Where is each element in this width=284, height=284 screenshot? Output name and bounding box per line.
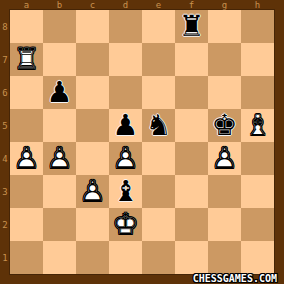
white-king-d2[interactable]: ♚♔ <box>109 208 142 241</box>
black-knight-e5[interactable]: ♞ <box>142 109 175 142</box>
pawn-outline-glyph: ♙ <box>76 175 109 208</box>
white-pawn-g4[interactable]: ♟♙ <box>208 142 241 175</box>
black-king-g5[interactable]: ♚ <box>208 109 241 142</box>
bishop-glyph: ♝ <box>109 175 142 208</box>
square-a5[interactable] <box>10 109 43 142</box>
rank-label-1: 1 <box>0 241 10 274</box>
square-f2[interactable] <box>175 208 208 241</box>
square-h2[interactable] <box>241 208 274 241</box>
square-d2[interactable]: ♚♔ <box>109 208 142 241</box>
rank-label-5: 5 <box>0 109 10 142</box>
square-c5[interactable] <box>76 109 109 142</box>
rank-label-4: 4 <box>0 142 10 175</box>
square-h5[interactable]: ♝♗ <box>241 109 274 142</box>
square-f6[interactable] <box>175 76 208 109</box>
square-c3[interactable]: ♟♙ <box>76 175 109 208</box>
square-f3[interactable] <box>175 175 208 208</box>
square-h6[interactable] <box>241 76 274 109</box>
watermark: CHESSGAMES.COM <box>193 274 277 284</box>
rank-label-3: 3 <box>0 175 10 208</box>
square-a2[interactable] <box>10 208 43 241</box>
square-b7[interactable] <box>43 43 76 76</box>
square-f4[interactable] <box>175 142 208 175</box>
square-d5[interactable]: ♟ <box>109 109 142 142</box>
white-pawn-d4[interactable]: ♟♙ <box>109 142 142 175</box>
file-labels: abcdefgh <box>10 0 274 10</box>
square-g6[interactable] <box>208 76 241 109</box>
square-c8[interactable] <box>76 10 109 43</box>
square-h1[interactable] <box>241 241 274 274</box>
square-d3[interactable]: ♝ <box>109 175 142 208</box>
square-a7[interactable]: ♜♖ <box>10 43 43 76</box>
square-h3[interactable] <box>241 175 274 208</box>
pawn-outline-glyph: ♙ <box>43 142 76 175</box>
board: ♜♜♖♟♟♞♚♝♗♟♙♟♙♟♙♟♙♟♙♝♚♔ <box>10 10 274 274</box>
rank-label-8: 8 <box>0 10 10 43</box>
rank-labels: 87654321 <box>0 10 10 274</box>
square-e1[interactable] <box>142 241 175 274</box>
square-c4[interactable] <box>76 142 109 175</box>
knight-glyph: ♞ <box>142 109 175 142</box>
square-e4[interactable] <box>142 142 175 175</box>
rank-label-2: 2 <box>0 208 10 241</box>
black-rook-f8[interactable]: ♜ <box>175 10 208 43</box>
square-g7[interactable] <box>208 43 241 76</box>
square-c6[interactable] <box>76 76 109 109</box>
square-c7[interactable] <box>76 43 109 76</box>
white-pawn-a4[interactable]: ♟♙ <box>10 142 43 175</box>
square-d8[interactable] <box>109 10 142 43</box>
white-bishop-h5[interactable]: ♝♗ <box>241 109 274 142</box>
white-rook-a7[interactable]: ♜♖ <box>10 43 43 76</box>
square-g3[interactable] <box>208 175 241 208</box>
square-a4[interactable]: ♟♙ <box>10 142 43 175</box>
black-pawn-b6[interactable]: ♟ <box>43 76 76 109</box>
square-d4[interactable]: ♟♙ <box>109 142 142 175</box>
square-e8[interactable] <box>142 10 175 43</box>
white-pawn-c3[interactable]: ♟♙ <box>76 175 109 208</box>
pawn-outline-glyph: ♙ <box>10 142 43 175</box>
king-outline-glyph: ♔ <box>109 208 142 241</box>
rank-label-7: 7 <box>0 43 10 76</box>
square-g1[interactable] <box>208 241 241 274</box>
square-c1[interactable] <box>76 241 109 274</box>
square-g2[interactable] <box>208 208 241 241</box>
square-a1[interactable] <box>10 241 43 274</box>
square-b5[interactable] <box>43 109 76 142</box>
rank-label-6: 6 <box>0 76 10 109</box>
square-h8[interactable] <box>241 10 274 43</box>
square-h7[interactable] <box>241 43 274 76</box>
square-g8[interactable] <box>208 10 241 43</box>
square-a3[interactable] <box>10 175 43 208</box>
square-f1[interactable] <box>175 241 208 274</box>
rook-outline-glyph: ♖ <box>10 43 43 76</box>
pawn-outline-glyph: ♙ <box>109 142 142 175</box>
square-b6[interactable]: ♟ <box>43 76 76 109</box>
square-a6[interactable] <box>10 76 43 109</box>
square-e6[interactable] <box>142 76 175 109</box>
board-frame: abcdefgh 87654321 ♜♜♖♟♟♞♚♝♗♟♙♟♙♟♙♟♙♟♙♝♚♔… <box>0 0 284 284</box>
square-f8[interactable]: ♜ <box>175 10 208 43</box>
square-b1[interactable] <box>43 241 76 274</box>
square-h4[interactable] <box>241 142 274 175</box>
square-f7[interactable] <box>175 43 208 76</box>
king-glyph: ♚ <box>208 109 241 142</box>
square-d6[interactable] <box>109 76 142 109</box>
square-c2[interactable] <box>76 208 109 241</box>
square-f5[interactable] <box>175 109 208 142</box>
rook-glyph: ♜ <box>175 10 208 43</box>
pawn-glyph: ♟ <box>43 76 76 109</box>
square-e7[interactable] <box>142 43 175 76</box>
square-b2[interactable] <box>43 208 76 241</box>
square-e5[interactable]: ♞ <box>142 109 175 142</box>
square-g4[interactable]: ♟♙ <box>208 142 241 175</box>
square-d1[interactable] <box>109 241 142 274</box>
square-g5[interactable]: ♚ <box>208 109 241 142</box>
pawn-outline-glyph: ♙ <box>208 142 241 175</box>
square-d7[interactable] <box>109 43 142 76</box>
square-e3[interactable] <box>142 175 175 208</box>
square-b8[interactable] <box>43 10 76 43</box>
square-a8[interactable] <box>10 10 43 43</box>
white-pawn-b4[interactable]: ♟♙ <box>43 142 76 175</box>
square-b3[interactable] <box>43 175 76 208</box>
bishop-outline-glyph: ♗ <box>241 109 274 142</box>
black-pawn-d5[interactable]: ♟ <box>109 109 142 142</box>
pawn-glyph: ♟ <box>109 109 142 142</box>
black-bishop-d3[interactable]: ♝ <box>109 175 142 208</box>
square-e2[interactable] <box>142 208 175 241</box>
square-b4[interactable]: ♟♙ <box>43 142 76 175</box>
